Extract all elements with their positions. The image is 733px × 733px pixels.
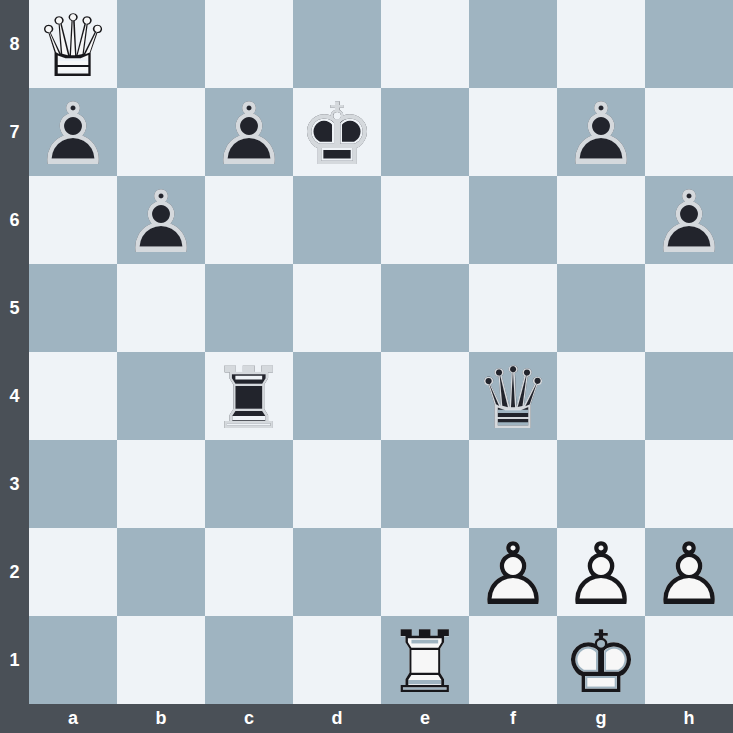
square-f5[interactable] [469, 264, 557, 352]
square-g5[interactable] [557, 264, 645, 352]
square-h8[interactable] [645, 0, 733, 88]
rook-glyph-outline: ♖ [386, 619, 463, 705]
square-h4[interactable] [645, 352, 733, 440]
rank-label-5: 5 [0, 264, 29, 352]
square-h1[interactable] [645, 616, 733, 704]
square-f6[interactable] [469, 176, 557, 264]
square-d7[interactable]: ♚♔ [293, 88, 381, 176]
pawn-glyph-outline: ♙ [650, 531, 727, 617]
square-d2[interactable] [293, 528, 381, 616]
square-b3[interactable] [117, 440, 205, 528]
pawn-glyph-outline: ♙ [474, 531, 551, 617]
square-e4[interactable] [381, 352, 469, 440]
square-b7[interactable] [117, 88, 205, 176]
square-c2[interactable] [205, 528, 293, 616]
pawn-glyph-outline: ♙ [562, 531, 639, 617]
black-pawn[interactable]: ♟♙ [34, 91, 111, 177]
square-a8[interactable]: ♛♕ [29, 0, 117, 88]
square-f4[interactable]: ♛♕ [469, 352, 557, 440]
pawn-glyph-outline: ♙ [210, 91, 287, 177]
king-glyph-outline: ♔ [562, 619, 639, 705]
queen-glyph-outline: ♕ [474, 355, 551, 441]
square-a7[interactable]: ♟♙ [29, 88, 117, 176]
square-g1[interactable]: ♚♔ [557, 616, 645, 704]
pawn-glyph-outline: ♙ [34, 91, 111, 177]
square-d1[interactable] [293, 616, 381, 704]
square-e5[interactable] [381, 264, 469, 352]
file-label-a: a [29, 704, 117, 733]
file-label-b: b [117, 704, 205, 733]
rank-labels: 87654321 [0, 0, 29, 704]
rank-label-8: 8 [0, 0, 29, 88]
black-pawn[interactable]: ♟♙ [122, 179, 199, 265]
pawn-glyph-outline: ♙ [562, 91, 639, 177]
square-b6[interactable]: ♟♙ [117, 176, 205, 264]
square-e8[interactable] [381, 0, 469, 88]
square-a5[interactable] [29, 264, 117, 352]
square-c1[interactable] [205, 616, 293, 704]
square-d4[interactable] [293, 352, 381, 440]
rank-label-4: 4 [0, 352, 29, 440]
square-b1[interactable] [117, 616, 205, 704]
square-a3[interactable] [29, 440, 117, 528]
square-b5[interactable] [117, 264, 205, 352]
white-pawn[interactable]: ♟♙ [650, 531, 727, 617]
square-c7[interactable]: ♟♙ [205, 88, 293, 176]
white-pawn[interactable]: ♟♙ [474, 531, 551, 617]
square-e3[interactable] [381, 440, 469, 528]
square-c5[interactable] [205, 264, 293, 352]
square-d3[interactable] [293, 440, 381, 528]
rank-label-2: 2 [0, 528, 29, 616]
square-g7[interactable]: ♟♙ [557, 88, 645, 176]
white-rook[interactable]: ♜♖ [386, 619, 463, 705]
rook-glyph-outline: ♖ [210, 355, 287, 441]
square-g4[interactable] [557, 352, 645, 440]
white-king[interactable]: ♚♔ [562, 619, 639, 705]
square-d6[interactable] [293, 176, 381, 264]
pawn-glyph-outline: ♙ [650, 179, 727, 265]
square-f1[interactable] [469, 616, 557, 704]
rank-label-6: 6 [0, 176, 29, 264]
square-e6[interactable] [381, 176, 469, 264]
square-e7[interactable] [381, 88, 469, 176]
rank-label-7: 7 [0, 88, 29, 176]
square-h2[interactable]: ♟♙ [645, 528, 733, 616]
square-f3[interactable] [469, 440, 557, 528]
square-a2[interactable] [29, 528, 117, 616]
square-e1[interactable]: ♜♖ [381, 616, 469, 704]
square-c8[interactable] [205, 0, 293, 88]
square-h3[interactable] [645, 440, 733, 528]
square-e2[interactable] [381, 528, 469, 616]
square-c3[interactable] [205, 440, 293, 528]
square-d5[interactable] [293, 264, 381, 352]
square-a4[interactable] [29, 352, 117, 440]
queen-glyph-outline: ♕ [34, 3, 111, 89]
square-c6[interactable] [205, 176, 293, 264]
black-pawn[interactable]: ♟♙ [210, 91, 287, 177]
square-a6[interactable] [29, 176, 117, 264]
file-label-c: c [205, 704, 293, 733]
black-king[interactable]: ♚♔ [298, 91, 375, 177]
black-rook[interactable]: ♜♖ [210, 355, 287, 441]
square-f2[interactable]: ♟♙ [469, 528, 557, 616]
file-label-h: h [645, 704, 733, 733]
square-g2[interactable]: ♟♙ [557, 528, 645, 616]
file-label-f: f [469, 704, 557, 733]
pawn-glyph-outline: ♙ [122, 179, 199, 265]
board: ♛♕♟♙♟♙♚♔♟♙♟♙♟♙♜♖♛♕♟♙♟♙♟♙♜♖♚♔ [29, 0, 733, 704]
white-pawn[interactable]: ♟♙ [562, 531, 639, 617]
square-f8[interactable] [469, 0, 557, 88]
square-a1[interactable] [29, 616, 117, 704]
rank-label-3: 3 [0, 440, 29, 528]
rank-label-1: 1 [0, 616, 29, 704]
square-c4[interactable]: ♜♖ [205, 352, 293, 440]
square-h7[interactable] [645, 88, 733, 176]
square-g6[interactable] [557, 176, 645, 264]
square-h5[interactable] [645, 264, 733, 352]
square-f7[interactable] [469, 88, 557, 176]
square-g8[interactable] [557, 0, 645, 88]
square-b2[interactable] [117, 528, 205, 616]
board-frame-corner [0, 704, 29, 733]
chessboard-widget: 87654321 ♛♕♟♙♟♙♚♔♟♙♟♙♟♙♜♖♛♕♟♙♟♙♟♙♜♖♚♔ ab… [0, 0, 733, 733]
white-queen[interactable]: ♛♕ [34, 3, 111, 89]
black-queen[interactable]: ♛♕ [474, 355, 551, 441]
king-glyph-outline: ♔ [298, 91, 375, 177]
black-pawn[interactable]: ♟♙ [650, 179, 727, 265]
square-b8[interactable] [117, 0, 205, 88]
black-pawn[interactable]: ♟♙ [562, 91, 639, 177]
square-b4[interactable] [117, 352, 205, 440]
square-h6[interactable]: ♟♙ [645, 176, 733, 264]
file-label-d: d [293, 704, 381, 733]
square-g3[interactable] [557, 440, 645, 528]
square-d8[interactable] [293, 0, 381, 88]
